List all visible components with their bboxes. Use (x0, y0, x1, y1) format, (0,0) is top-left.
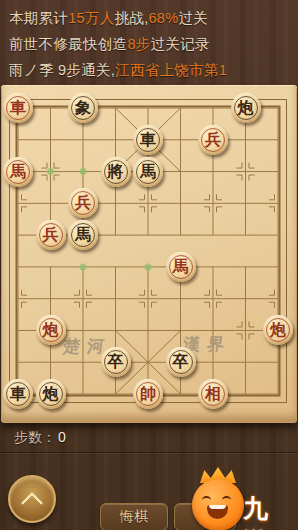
piece-red-5-5[interactable]: 馬 (166, 252, 196, 282)
step-counter-label: 步数： (14, 429, 56, 445)
piece-black-3-2[interactable]: 將 (101, 157, 131, 187)
piece-char: 車 (10, 386, 26, 402)
piece-char: 炮 (43, 322, 59, 338)
piece-char: 馬 (10, 164, 26, 180)
piece-red-1-7[interactable]: 炮 (36, 315, 66, 345)
piece-char: 馬 (75, 227, 91, 243)
piece-char: 兵 (205, 132, 221, 148)
piece-red-1-4[interactable]: 兵 (36, 220, 66, 250)
piece-black-2-4[interactable]: 馬 (68, 220, 98, 250)
player-line: 雨ノ季 9步通关,江西省上饶市第1 (9, 57, 294, 83)
stats-line: 本期累计15万人挑战,68%过关 (9, 5, 294, 31)
piece-char: 兵 (43, 227, 59, 243)
piece-black-4-1[interactable]: 車 (133, 125, 163, 155)
record-line: 前世不修最快创造8步过关记录 (9, 31, 294, 57)
piece-char: 馬 (140, 164, 156, 180)
piece-char: 卒 (108, 354, 124, 370)
piece-char: 馬 (173, 259, 189, 275)
expand-button[interactable] (8, 475, 56, 523)
step-counter-value: 0 (58, 429, 66, 445)
challenge-info-panel: 本期累计15万人挑战,68%过关前世不修最快创造8步过关记录雨ノ季 9步通关,江… (9, 5, 294, 83)
piece-char: 兵 (75, 195, 91, 211)
piece-char: 卒 (173, 354, 189, 370)
undo-button[interactable]: 悔棋 (100, 503, 168, 530)
piece-black-5-8[interactable]: 卒 (166, 347, 196, 377)
piece-black-0-9[interactable]: 車 (3, 379, 33, 409)
chevron-up-icon (21, 492, 44, 515)
piece-char: 象 (75, 100, 91, 116)
bottom-toolbar: 悔棋 (0, 452, 298, 530)
piece-black-3-8[interactable]: 卒 (101, 347, 131, 377)
piece-char: 炮 (270, 322, 286, 338)
piece-red-6-1[interactable]: 兵 (198, 125, 228, 155)
piece-char: 炮 (238, 100, 254, 116)
xiangqi-endgame-screen: 本期累计15万人挑战,68%过关前世不修最快创造8步过关记录雨ノ季 9步通关,江… (0, 0, 298, 530)
piece-red-0-2[interactable]: 馬 (3, 157, 33, 187)
piece-red-4-9[interactable]: 帥 (133, 379, 163, 409)
step-counter: 步数：0 (14, 429, 66, 447)
piece-char: 帥 (140, 386, 156, 402)
piece-red-0-0[interactable]: 車 (3, 93, 33, 123)
piece-black-4-2[interactable]: 馬 (133, 157, 163, 187)
piece-char: 炮 (43, 386, 59, 402)
piece-black-2-0[interactable]: 象 (68, 93, 98, 123)
piece-char: 車 (10, 100, 26, 116)
piece-black-1-9[interactable]: 炮 (36, 379, 66, 409)
piece-char: 相 (205, 386, 221, 402)
piece-char: 將 (108, 164, 124, 180)
covered-button[interactable] (174, 503, 236, 530)
piece-red-6-9[interactable]: 相 (198, 379, 228, 409)
piece-black-7-0[interactable]: 炮 (231, 93, 261, 123)
piece-char: 車 (140, 132, 156, 148)
